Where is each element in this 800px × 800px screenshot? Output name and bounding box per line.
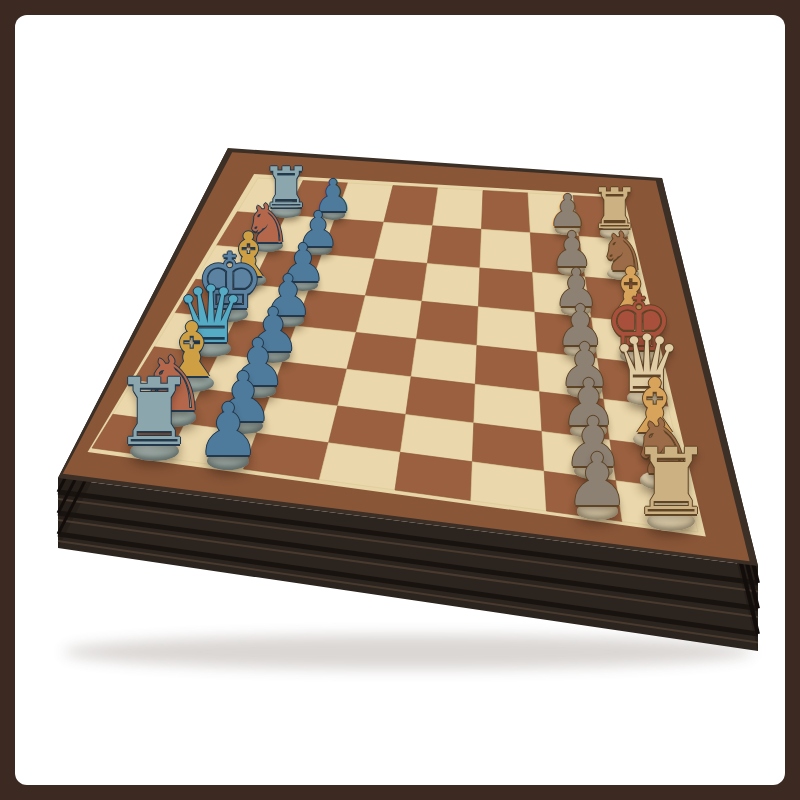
square-d4[interactable] <box>411 339 477 384</box>
square-d2[interactable] <box>537 352 604 399</box>
square-e4[interactable] <box>417 301 479 345</box>
square-f3[interactable] <box>478 268 535 312</box>
product-photo: ♜♞♝♛♚♝♞♜♟♟♟♟♟♟♟♟♟♟♟♟♟♟♟♟♜♞♝♛♚♝♞♜ <box>15 15 785 785</box>
square-d5[interactable] <box>347 333 417 377</box>
photo-frame: ♜♞♝♛♚♝♞♜♟♟♟♟♟♟♟♟♟♟♟♟♟♟♟♟♜♞♝♛♚♝♞♜ <box>0 0 800 800</box>
square-e1[interactable] <box>592 318 659 365</box>
square-e3[interactable] <box>477 307 537 352</box>
square-f4[interactable] <box>422 264 480 307</box>
square-h4[interactable] <box>433 188 483 229</box>
square-g5[interactable] <box>375 222 433 263</box>
square-g4[interactable] <box>427 226 481 268</box>
square-g2[interactable] <box>530 233 585 277</box>
square-e5[interactable] <box>356 296 422 339</box>
square-h2[interactable] <box>528 193 579 236</box>
floor-shadow <box>63 635 753 669</box>
square-f1[interactable] <box>585 277 648 323</box>
chessboard <box>15 15 785 785</box>
square-e6[interactable] <box>296 290 366 332</box>
square-e2[interactable] <box>535 312 598 358</box>
square-h3[interactable] <box>482 191 531 233</box>
square-g3[interactable] <box>480 229 533 272</box>
square-f2[interactable] <box>533 273 592 318</box>
square-f5[interactable] <box>365 259 427 301</box>
square-d3[interactable] <box>475 346 539 392</box>
square-h5[interactable] <box>384 186 438 226</box>
